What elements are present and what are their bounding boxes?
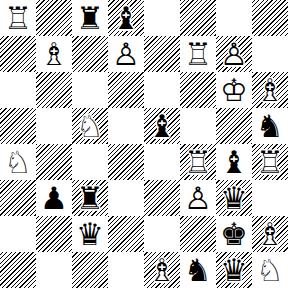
square-g5[interactable] [216, 108, 252, 144]
square-h5[interactable]: ♞♞ [252, 108, 288, 144]
piece-halo: ♟ [180, 180, 216, 216]
square-g6[interactable]: ♚♔ [216, 72, 252, 108]
square-c1[interactable] [72, 252, 108, 288]
square-f3[interactable]: ♟♙ [180, 180, 216, 216]
square-b8[interactable] [36, 0, 72, 36]
square-c7[interactable] [72, 36, 108, 72]
piece-halo: ♜ [72, 0, 108, 36]
black-queen-g1: ♛ [216, 252, 252, 288]
black-knight-f1: ♞ [180, 252, 216, 288]
square-g8[interactable] [216, 0, 252, 36]
square-e7[interactable] [144, 36, 180, 72]
piece-halo: ♝ [144, 108, 180, 144]
white-bishop-h2: ♗ [252, 216, 288, 252]
square-e5[interactable]: ♝♝ [144, 108, 180, 144]
black-knight-h5: ♞ [252, 108, 288, 144]
square-g2[interactable]: ♚♚ [216, 216, 252, 252]
square-e1[interactable]: ♝♗ [144, 252, 180, 288]
white-king-g6: ♔ [216, 72, 252, 108]
square-a7[interactable] [0, 36, 36, 72]
piece-halo: ♝ [36, 36, 72, 72]
white-rook-f7: ♖ [180, 36, 216, 72]
white-pawn-g7: ♙ [216, 36, 252, 72]
square-a4[interactable]: ♞♘ [0, 144, 36, 180]
square-g7[interactable]: ♟♙ [216, 36, 252, 72]
piece-halo: ♞ [72, 108, 108, 144]
square-b6[interactable] [36, 72, 72, 108]
piece-halo: ♞ [252, 252, 288, 288]
square-d5[interactable] [108, 108, 144, 144]
piece-halo: ♝ [144, 252, 180, 288]
square-g4[interactable]: ♝♝ [216, 144, 252, 180]
black-pawn-b3: ♟ [36, 180, 72, 216]
square-e8[interactable] [144, 0, 180, 36]
white-knight-c5: ♘ [72, 108, 108, 144]
square-a6[interactable] [0, 72, 36, 108]
square-c8[interactable]: ♜♜ [72, 0, 108, 36]
square-c3[interactable]: ♜♜ [72, 180, 108, 216]
white-knight-a4: ♘ [0, 144, 36, 180]
black-rook-c3: ♜ [72, 180, 108, 216]
white-rook-h4: ♖ [252, 144, 288, 180]
piece-halo: ♝ [108, 0, 144, 36]
square-e6[interactable] [144, 72, 180, 108]
piece-halo: ♟ [36, 180, 72, 216]
square-a3[interactable] [0, 180, 36, 216]
square-e3[interactable] [144, 180, 180, 216]
square-g3[interactable]: ♛♛ [216, 180, 252, 216]
square-f6[interactable] [180, 72, 216, 108]
square-f4[interactable]: ♜♖ [180, 144, 216, 180]
piece-halo: ♟ [108, 36, 144, 72]
piece-halo: ♛ [216, 180, 252, 216]
square-h6[interactable]: ♝♗ [252, 72, 288, 108]
square-d1[interactable] [108, 252, 144, 288]
piece-halo: ♟ [216, 36, 252, 72]
square-e4[interactable] [144, 144, 180, 180]
square-b3[interactable]: ♟♟ [36, 180, 72, 216]
square-h8[interactable] [252, 0, 288, 36]
black-queen-g3: ♛ [216, 180, 252, 216]
piece-halo: ♝ [216, 144, 252, 180]
square-h2[interactable]: ♝♗ [252, 216, 288, 252]
black-rook-c8: ♜ [72, 0, 108, 36]
square-d7[interactable]: ♟♙ [108, 36, 144, 72]
white-bishop-h6: ♗ [252, 72, 288, 108]
white-pawn-d7: ♙ [108, 36, 144, 72]
piece-halo: ♜ [180, 36, 216, 72]
square-b4[interactable] [36, 144, 72, 180]
square-a5[interactable] [0, 108, 36, 144]
square-f8[interactable] [180, 0, 216, 36]
piece-halo: ♞ [252, 108, 288, 144]
piece-halo: ♞ [180, 252, 216, 288]
white-rook-a8: ♖ [0, 0, 36, 36]
square-h4[interactable]: ♜♖ [252, 144, 288, 180]
white-bishop-b7: ♗ [36, 36, 72, 72]
square-f1[interactable]: ♞♞ [180, 252, 216, 288]
square-b5[interactable] [36, 108, 72, 144]
white-bishop-e1: ♗ [144, 252, 180, 288]
square-a1[interactable] [0, 252, 36, 288]
piece-halo: ♝ [252, 72, 288, 108]
square-c5[interactable]: ♞♘ [72, 108, 108, 144]
black-bishop-g4: ♝ [216, 144, 252, 180]
piece-halo: ♛ [216, 252, 252, 288]
square-f5[interactable] [180, 108, 216, 144]
square-d8[interactable]: ♝♝ [108, 0, 144, 36]
white-knight-h1: ♘ [252, 252, 288, 288]
square-d2[interactable] [108, 216, 144, 252]
square-c2[interactable]: ♛♛ [72, 216, 108, 252]
square-h1[interactable]: ♞♘ [252, 252, 288, 288]
square-a8[interactable]: ♜♖ [0, 0, 36, 36]
square-d6[interactable] [108, 72, 144, 108]
piece-halo: ♜ [72, 180, 108, 216]
square-g1[interactable]: ♛♛ [216, 252, 252, 288]
square-d4[interactable] [108, 144, 144, 180]
white-pawn-f3: ♙ [180, 180, 216, 216]
piece-halo: ♞ [0, 144, 36, 180]
square-e2[interactable] [144, 216, 180, 252]
square-a2[interactable] [0, 216, 36, 252]
chess-board: ♜♖♜♜♝♝♝♗♟♙♜♖♟♙♚♔♝♗♞♘♝♝♞♞♞♘♜♖♝♝♜♖♟♟♜♜♟♙♛♛… [0, 0, 288, 288]
piece-halo: ♚ [216, 72, 252, 108]
black-bishop-d8: ♝ [108, 0, 144, 36]
piece-halo: ♝ [252, 216, 288, 252]
piece-halo: ♜ [0, 0, 36, 36]
piece-halo: ♜ [180, 144, 216, 180]
black-queen-c2: ♛ [72, 216, 108, 252]
square-c4[interactable] [72, 144, 108, 180]
piece-halo: ♚ [216, 216, 252, 252]
piece-halo: ♛ [72, 216, 108, 252]
square-c6[interactable] [72, 72, 108, 108]
square-f7[interactable]: ♜♖ [180, 36, 216, 72]
square-h3[interactable] [252, 180, 288, 216]
piece-halo: ♜ [252, 144, 288, 180]
square-f2[interactable] [180, 216, 216, 252]
square-b1[interactable] [36, 252, 72, 288]
white-rook-f4: ♖ [180, 144, 216, 180]
black-king-g2: ♚ [216, 216, 252, 252]
square-b7[interactable]: ♝♗ [36, 36, 72, 72]
black-bishop-e5: ♝ [144, 108, 180, 144]
square-h7[interactable] [252, 36, 288, 72]
square-b2[interactable] [36, 216, 72, 252]
square-d3[interactable] [108, 180, 144, 216]
